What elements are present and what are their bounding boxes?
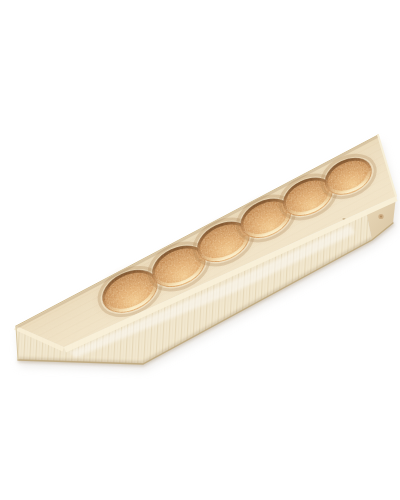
mancala-board-photo (0, 0, 400, 500)
end-face-knot (378, 214, 383, 219)
board-svg (0, 0, 400, 500)
